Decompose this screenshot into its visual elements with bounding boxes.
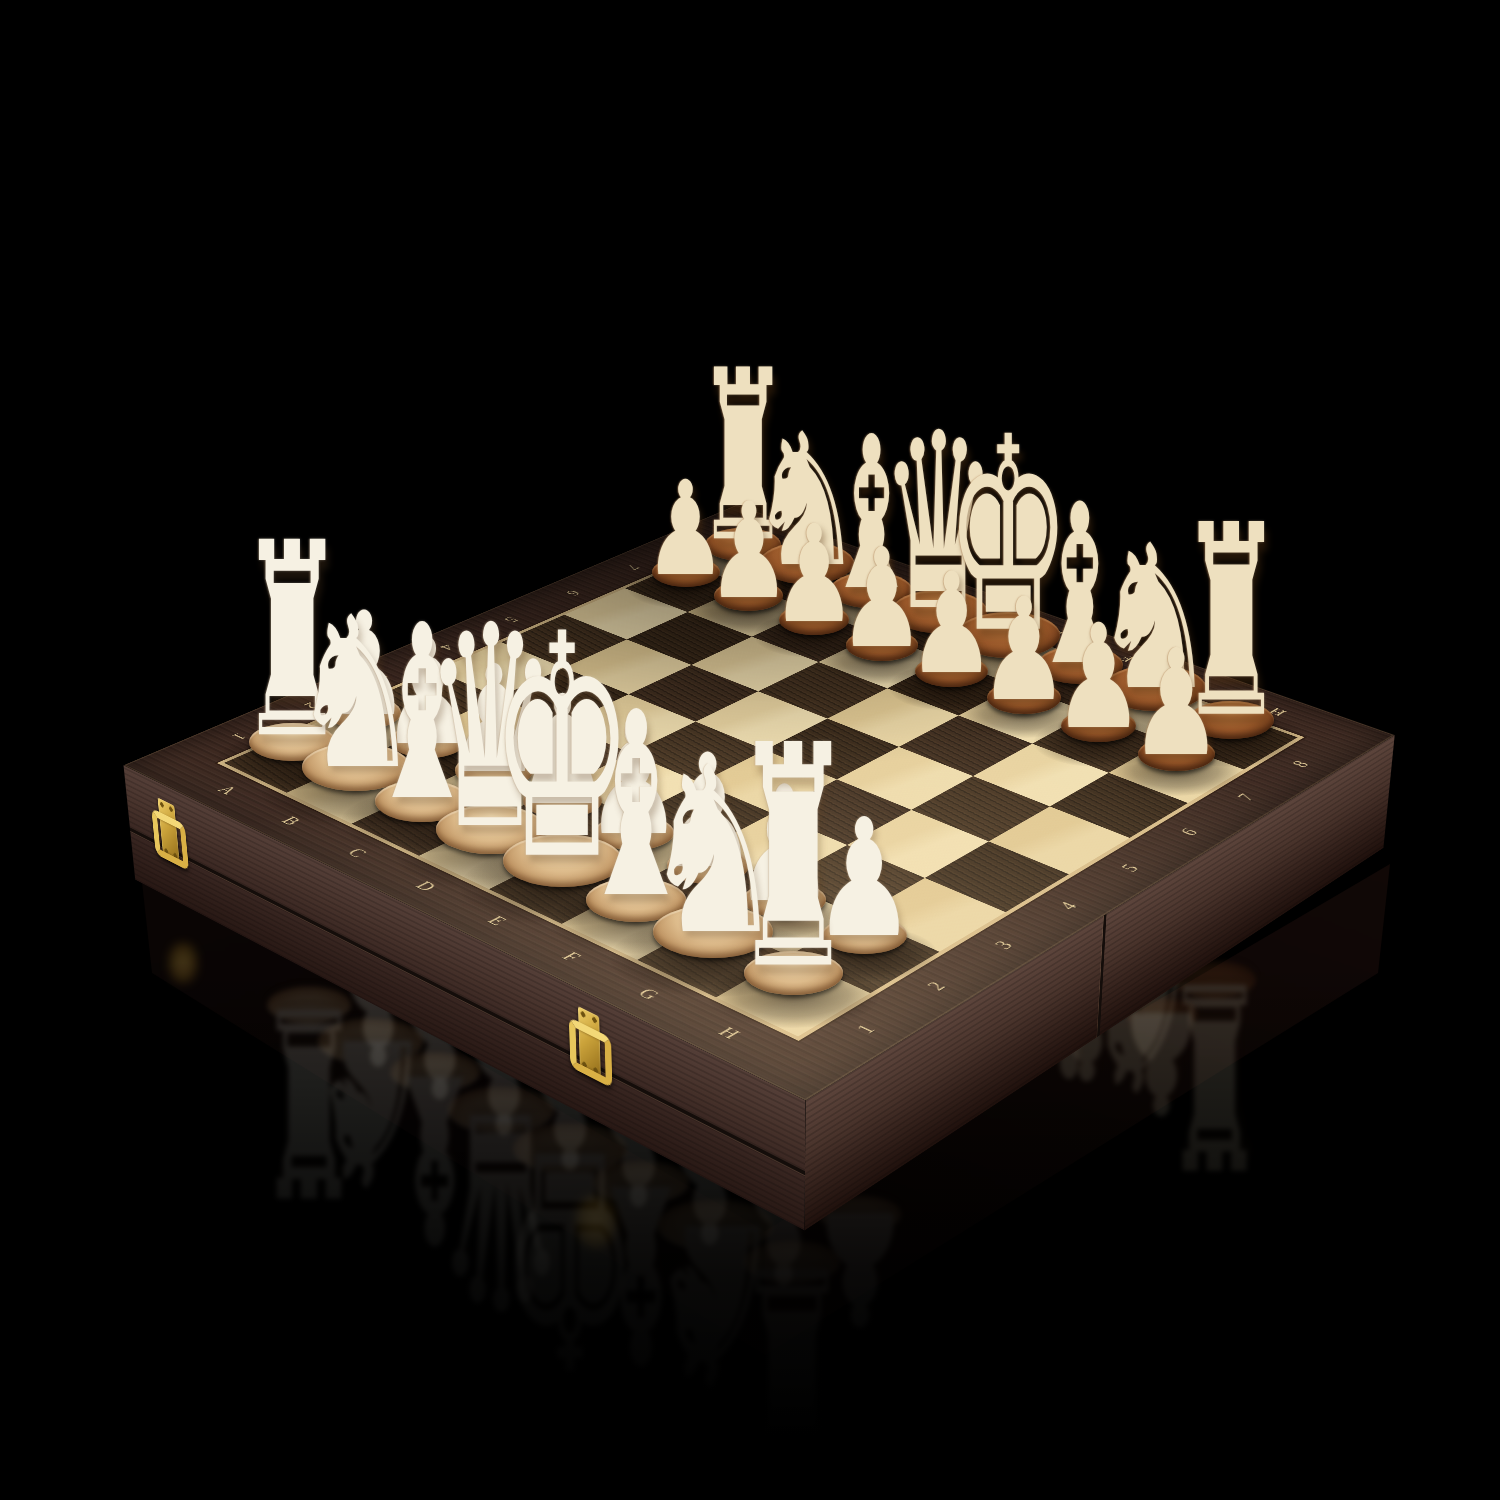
pawn-glyph: ♟: [1130, 632, 1223, 779]
rook-glyph: ♜: [733, 707, 854, 1013]
piece-black-pawn-g7[interactable]: ♟: [1057, 635, 1141, 742]
product-photo: ♜♞♝♛♚♝♞♜♟♟♟♟♟♟♟♟♟♟♟♟♟♟♟♟♜♞♝♛♚♝♞♜ ABCDEFG…: [0, 0, 1500, 1500]
piece-black-pawn-h7[interactable]: ♟: [1134, 662, 1219, 771]
pieces-layer: ♜♞♝♛♚♝♞♜♟♟♟♟♟♟♟♟♟♟♟♟♟♟♟♟♜♞♝♛♚♝♞♜: [0, 0, 1500, 1500]
piece-white-rook-h1[interactable]: ♜: [738, 767, 848, 995]
